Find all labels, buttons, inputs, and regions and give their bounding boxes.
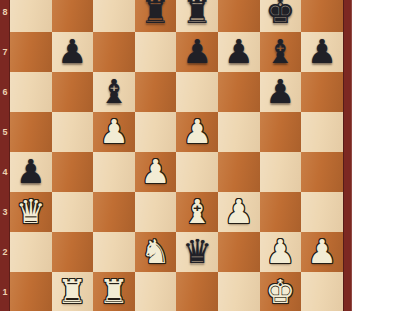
square-c2[interactable] xyxy=(93,232,135,272)
black-bishop: ♝ xyxy=(260,32,302,72)
white-pawn: ♟ xyxy=(301,232,343,272)
square-b2[interactable] xyxy=(52,232,94,272)
black-bishop: ♝ xyxy=(93,72,135,112)
page-margin xyxy=(352,0,414,311)
square-d7[interactable] xyxy=(135,32,177,72)
white-rook: ♜ xyxy=(93,272,135,311)
square-a8[interactable] xyxy=(10,0,52,32)
square-g6[interactable]: ♟ xyxy=(260,72,302,112)
square-f6[interactable] xyxy=(218,72,260,112)
square-b1[interactable]: ♜ xyxy=(52,272,94,311)
white-pawn: ♟ xyxy=(260,232,302,272)
square-d5[interactable] xyxy=(135,112,177,152)
square-g1[interactable]: ♚ xyxy=(260,272,302,311)
square-c4[interactable] xyxy=(93,152,135,192)
white-pawn: ♟ xyxy=(218,192,260,232)
rank-label-6: 6 xyxy=(0,72,10,112)
square-h4[interactable] xyxy=(301,152,343,192)
square-c6[interactable]: ♝ xyxy=(93,72,135,112)
square-d6[interactable] xyxy=(135,72,177,112)
white-rook: ♜ xyxy=(52,272,94,311)
black-pawn: ♟ xyxy=(52,32,94,72)
square-f8[interactable] xyxy=(218,0,260,32)
square-g2[interactable]: ♟ xyxy=(260,232,302,272)
square-h1[interactable] xyxy=(301,272,343,311)
square-d8[interactable]: ♜ xyxy=(135,0,177,32)
square-a6[interactable] xyxy=(10,72,52,112)
square-h5[interactable] xyxy=(301,112,343,152)
square-e8[interactable]: ♜ xyxy=(176,0,218,32)
square-h7[interactable]: ♟ xyxy=(301,32,343,72)
chess-diagram: 87654321 ♜♜♚♟♟♟♝♟♝♟♟♟♟♟♛♝♟♞♛♟♟♜♜♚ xyxy=(0,0,414,311)
square-d4[interactable]: ♟ xyxy=(135,152,177,192)
black-pawn: ♟ xyxy=(301,32,343,72)
square-e7[interactable]: ♟ xyxy=(176,32,218,72)
black-rook: ♜ xyxy=(176,0,218,32)
black-pawn: ♟ xyxy=(218,32,260,72)
square-h6[interactable] xyxy=(301,72,343,112)
square-b3[interactable] xyxy=(52,192,94,232)
board-frame-right xyxy=(343,0,352,311)
white-bishop: ♝ xyxy=(176,192,218,232)
square-c3[interactable] xyxy=(93,192,135,232)
rank-labels: 87654321 xyxy=(0,0,10,311)
square-f1[interactable] xyxy=(218,272,260,311)
rank-label-3: 3 xyxy=(0,192,10,232)
square-e1[interactable] xyxy=(176,272,218,311)
black-pawn: ♟ xyxy=(260,72,302,112)
square-f4[interactable] xyxy=(218,152,260,192)
square-h2[interactable]: ♟ xyxy=(301,232,343,272)
square-g4[interactable] xyxy=(260,152,302,192)
square-f7[interactable]: ♟ xyxy=(218,32,260,72)
rank-label-4: 4 xyxy=(0,152,10,192)
square-c5[interactable]: ♟ xyxy=(93,112,135,152)
square-d1[interactable] xyxy=(135,272,177,311)
square-b7[interactable]: ♟ xyxy=(52,32,94,72)
square-g8[interactable]: ♚ xyxy=(260,0,302,32)
square-a1[interactable] xyxy=(10,272,52,311)
square-a7[interactable] xyxy=(10,32,52,72)
rank-label-1: 1 xyxy=(0,272,10,311)
black-pawn: ♟ xyxy=(10,152,52,192)
square-d2[interactable]: ♞ xyxy=(135,232,177,272)
square-d3[interactable] xyxy=(135,192,177,232)
square-g7[interactable]: ♝ xyxy=(260,32,302,72)
square-a2[interactable] xyxy=(10,232,52,272)
rank-label-strip: 87654321 xyxy=(0,0,10,311)
black-pawn: ♟ xyxy=(176,32,218,72)
square-f2[interactable] xyxy=(218,232,260,272)
square-e6[interactable] xyxy=(176,72,218,112)
square-b4[interactable] xyxy=(52,152,94,192)
chess-board: ♜♜♚♟♟♟♝♟♝♟♟♟♟♟♛♝♟♞♛♟♟♜♜♚ xyxy=(10,0,343,311)
square-b5[interactable] xyxy=(52,112,94,152)
square-a5[interactable] xyxy=(10,112,52,152)
rank-label-2: 2 xyxy=(0,232,10,272)
square-f5[interactable] xyxy=(218,112,260,152)
square-h8[interactable] xyxy=(301,0,343,32)
black-queen: ♛ xyxy=(176,232,218,272)
square-g3[interactable] xyxy=(260,192,302,232)
square-h3[interactable] xyxy=(301,192,343,232)
square-g5[interactable] xyxy=(260,112,302,152)
black-rook: ♜ xyxy=(135,0,177,32)
square-b6[interactable] xyxy=(52,72,94,112)
square-e5[interactable]: ♟ xyxy=(176,112,218,152)
square-c8[interactable] xyxy=(93,0,135,32)
square-e3[interactable]: ♝ xyxy=(176,192,218,232)
square-c1[interactable]: ♜ xyxy=(93,272,135,311)
white-pawn: ♟ xyxy=(135,152,177,192)
rank-label-8: 8 xyxy=(0,0,10,32)
white-pawn: ♟ xyxy=(176,112,218,152)
white-king: ♚ xyxy=(260,272,302,311)
square-f3[interactable]: ♟ xyxy=(218,192,260,232)
square-e4[interactable] xyxy=(176,152,218,192)
rank-label-7: 7 xyxy=(0,32,10,72)
square-b8[interactable] xyxy=(52,0,94,32)
white-pawn: ♟ xyxy=(93,112,135,152)
square-a3[interactable]: ♛ xyxy=(10,192,52,232)
white-queen: ♛ xyxy=(10,192,52,232)
square-a4[interactable]: ♟ xyxy=(10,152,52,192)
rank-label-5: 5 xyxy=(0,112,10,152)
square-c7[interactable] xyxy=(93,32,135,72)
black-king: ♚ xyxy=(260,0,302,32)
square-e2[interactable]: ♛ xyxy=(176,232,218,272)
white-knight: ♞ xyxy=(135,232,177,272)
